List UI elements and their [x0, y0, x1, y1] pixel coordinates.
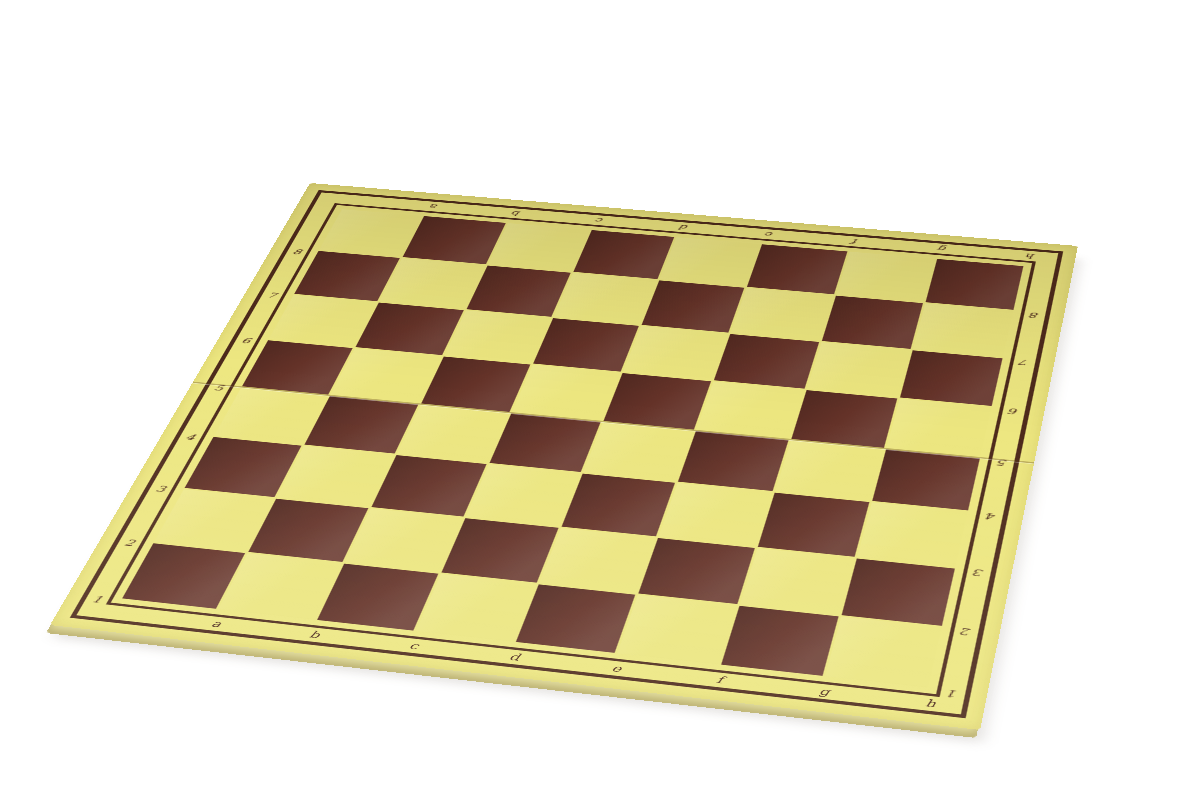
square-d7 [553, 273, 657, 324]
square-e2 [539, 528, 656, 593]
square-f8 [747, 244, 847, 294]
square-d6 [533, 318, 639, 372]
product-photo-scene: abcdefgh abcdefgh 87654321 87654321 [0, 0, 1200, 800]
square-e4 [583, 422, 694, 481]
square-e8 [660, 237, 760, 287]
square-f5 [697, 381, 804, 438]
square-g2 [739, 548, 854, 615]
square-h8 [925, 259, 1023, 310]
square-d2 [441, 518, 559, 583]
square-c5 [421, 356, 531, 412]
square-d4 [489, 413, 601, 472]
square-c6 [444, 310, 551, 363]
square-f7 [731, 288, 833, 340]
square-g1 [721, 606, 839, 676]
square-f2 [639, 538, 755, 604]
square-g6 [806, 342, 910, 397]
square-c7 [466, 266, 570, 317]
square-g7 [821, 296, 922, 349]
square-h4 [872, 449, 980, 510]
square-c8 [487, 223, 589, 272]
square-e5 [604, 373, 712, 430]
square-h2 [841, 558, 955, 626]
square-f6 [714, 334, 819, 389]
square-e1 [516, 584, 636, 653]
square-h3 [857, 502, 968, 566]
square-g4 [774, 440, 883, 501]
square-g5 [791, 390, 897, 448]
square-f4 [678, 431, 788, 491]
square-g8 [836, 252, 935, 303]
square-d5 [512, 365, 621, 421]
square-e3 [562, 474, 676, 536]
square-e6 [623, 326, 728, 380]
square-h7 [913, 303, 1013, 356]
square-g3 [757, 493, 869, 557]
square-d1 [416, 574, 537, 642]
square-f1 [618, 595, 737, 664]
square-f3 [659, 483, 772, 546]
square-h1 [825, 616, 942, 687]
square-e7 [642, 281, 745, 333]
square-d8 [573, 230, 674, 279]
square-h5 [886, 399, 991, 457]
square-h6 [900, 350, 1003, 406]
square-d3 [466, 464, 580, 526]
